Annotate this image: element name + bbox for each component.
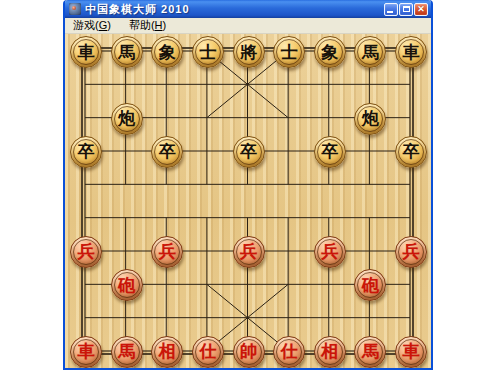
- piece-black-r1f4[interactable]: 士: [192, 36, 224, 68]
- piece-black-r1f1[interactable]: 車: [70, 36, 102, 68]
- piece-black-r4f9[interactable]: 卒: [395, 136, 427, 168]
- close-icon: ✕: [417, 5, 425, 14]
- app-icon: [69, 3, 81, 15]
- board-grid: [79, 45, 416, 357]
- piece-red-r7f5[interactable]: 兵: [233, 236, 265, 268]
- piece-black-r1f3[interactable]: 象: [151, 36, 183, 68]
- piece-red-r10f3[interactable]: 相: [151, 336, 183, 368]
- piece-red-r10f6[interactable]: 仕: [273, 336, 305, 368]
- piece-black-r1f2[interactable]: 馬: [111, 36, 143, 68]
- minimize-icon: [387, 11, 393, 13]
- menu-item-help[interactable]: 帮助(H): [127, 18, 168, 33]
- close-button[interactable]: ✕: [414, 3, 428, 16]
- piece-black-r1f9[interactable]: 車: [395, 36, 427, 68]
- window-title: 中国象棋大师 2010: [85, 2, 384, 17]
- piece-black-r4f3[interactable]: 卒: [151, 136, 183, 168]
- piece-red-r8f2[interactable]: 砲: [111, 269, 143, 301]
- piece-red-r10f2[interactable]: 馬: [111, 336, 143, 368]
- piece-red-r7f7[interactable]: 兵: [314, 236, 346, 268]
- piece-black-r4f7[interactable]: 卒: [314, 136, 346, 168]
- menu-item-game[interactable]: 游戏(G): [71, 18, 113, 33]
- maximize-icon: [403, 6, 410, 12]
- piece-black-r1f5[interactable]: 將: [233, 36, 265, 68]
- maximize-button[interactable]: [399, 3, 413, 16]
- piece-red-r10f9[interactable]: 車: [395, 336, 427, 368]
- minimize-button[interactable]: [384, 3, 398, 16]
- title-bar[interactable]: 中国象棋大师 2010 ✕: [65, 0, 431, 18]
- piece-red-r7f1[interactable]: 兵: [70, 236, 102, 268]
- piece-red-r10f7[interactable]: 相: [314, 336, 346, 368]
- xiangqi-board[interactable]: 車馬象士將士象馬車炮炮卒卒卒卒卒兵兵兵兵兵砲砲車馬相仕帥仕相馬車: [65, 34, 431, 368]
- piece-black-r1f7[interactable]: 象: [314, 36, 346, 68]
- piece-red-r7f9[interactable]: 兵: [395, 236, 427, 268]
- piece-black-r3f2[interactable]: 炮: [111, 103, 143, 135]
- piece-red-r10f1[interactable]: 車: [70, 336, 102, 368]
- piece-red-r10f5[interactable]: 帥: [233, 336, 265, 368]
- menu-bar: 游戏(G) 帮助(H): [65, 18, 431, 34]
- piece-red-r10f4[interactable]: 仕: [192, 336, 224, 368]
- app-window: 中国象棋大师 2010 ✕ 游戏(G) 帮助(H): [63, 0, 433, 370]
- piece-black-r4f1[interactable]: 卒: [70, 136, 102, 168]
- piece-black-r3f8[interactable]: 炮: [354, 103, 386, 135]
- piece-red-r7f3[interactable]: 兵: [151, 236, 183, 268]
- piece-black-r1f6[interactable]: 士: [273, 36, 305, 68]
- piece-black-r4f5[interactable]: 卒: [233, 136, 265, 168]
- piece-red-r10f8[interactable]: 馬: [354, 336, 386, 368]
